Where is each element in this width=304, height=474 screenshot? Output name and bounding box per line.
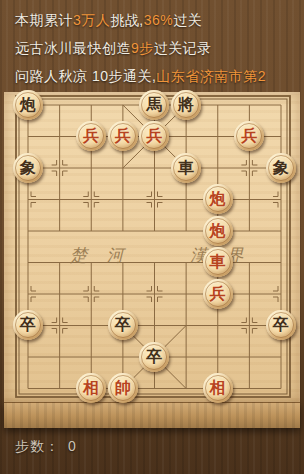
piece-black-soldier[interactable]: 卒 [266,310,296,340]
xiangqi-app-screen: 本期累计3万人挑战,36%过关远古冰川最快创造9步过关记录问路人秋凉 10步通关… [0,0,304,474]
piece-red-elephant[interactable]: 相 [203,373,233,403]
ticker-segment: 36% [144,12,174,28]
piece-character: 車 [178,160,194,176]
ticker-segment: 9步 [131,40,154,56]
piece-black-cannon[interactable]: 炮 [13,90,43,120]
piece-red-soldier[interactable]: 兵 [76,121,106,151]
piece-character: 炮 [20,97,36,113]
piece-black-horse[interactable]: 馬 [139,90,169,120]
piece-character: 車 [210,254,226,270]
ticker-segment: 本期累计 [15,12,73,28]
piece-black-general[interactable]: 將 [171,90,201,120]
ticker-segment: 远古冰川最快创造 [15,40,131,56]
piece-character: 兵 [83,128,99,144]
piece-red-soldier[interactable]: 兵 [203,279,233,309]
move-counter: 步数：0 [15,438,77,456]
ticker-segment: 问路人秋凉 10步通关, [15,68,156,84]
piece-character: 卒 [20,317,36,333]
ticker-segment: 过关 [173,12,202,28]
piece-character: 兵 [210,286,226,302]
piece-black-elephant[interactable]: 象 [13,153,43,183]
piece-character: 卒 [273,317,289,333]
piece-red-soldier[interactable]: 兵 [108,121,138,151]
move-count-label: 步数： [15,438,60,454]
piece-character: 兵 [241,128,257,144]
piece-character: 兵 [146,128,162,144]
piece-black-soldier[interactable]: 卒 [108,310,138,340]
piece-character: 兵 [115,128,131,144]
ticker-line-3: 问路人秋凉 10步通关,山东省济南市第2 [0,62,304,90]
move-count-value: 0 [68,438,77,454]
challenge-ticker: 本期累计3万人挑战,36%过关远古冰川最快创造9步过关记录问路人秋凉 10步通关… [0,6,304,90]
piece-character: 帥 [115,380,131,396]
piece-red-chariot[interactable]: 車 [203,247,233,277]
piece-character: 卒 [146,349,162,365]
piece-red-cannon[interactable]: 炮 [203,184,233,214]
ticker-segment: 过关记录 [154,40,212,56]
piece-black-soldier[interactable]: 卒 [139,342,169,372]
status-bar: 步数：0 [0,427,304,474]
piece-character: 馬 [146,97,162,113]
piece-character: 卒 [115,317,131,333]
piece-character: 炮 [210,223,226,239]
ticker-line-2: 远古冰川最快创造9步过关记录 [0,34,304,62]
ticker-line-1: 本期累计3万人挑战,36%过关 [0,6,304,34]
piece-black-soldier[interactable]: 卒 [13,310,43,340]
ticker-segment: 3万人 [73,12,110,28]
piece-red-soldier[interactable]: 兵 [234,121,264,151]
board-front-edge [4,402,300,428]
piece-red-elephant[interactable]: 相 [76,373,106,403]
piece-black-chariot[interactable]: 車 [171,153,201,183]
piece-red-cannon[interactable]: 炮 [203,216,233,246]
piece-character: 相 [83,380,99,396]
piece-character: 相 [210,380,226,396]
ticker-segment: 山东省济南市第2 [156,68,266,84]
piece-red-soldier[interactable]: 兵 [139,121,169,151]
piece-character: 象 [20,160,36,176]
piece-black-elephant[interactable]: 象 [266,153,296,183]
piece-character: 炮 [210,191,226,207]
xiangqi-board: 楚 河 漢 界 炮馬將兵兵兵兵象車象炮炮車兵卒卒卒卒相帥相 [4,92,300,402]
ticker-segment: 挑战, [110,12,143,28]
pieces-grid: 炮馬將兵兵兵兵象車象炮炮車兵卒卒卒卒相帥相 [12,89,297,404]
piece-character: 象 [273,160,289,176]
piece-red-general[interactable]: 帥 [108,373,138,403]
piece-character: 將 [178,97,194,113]
